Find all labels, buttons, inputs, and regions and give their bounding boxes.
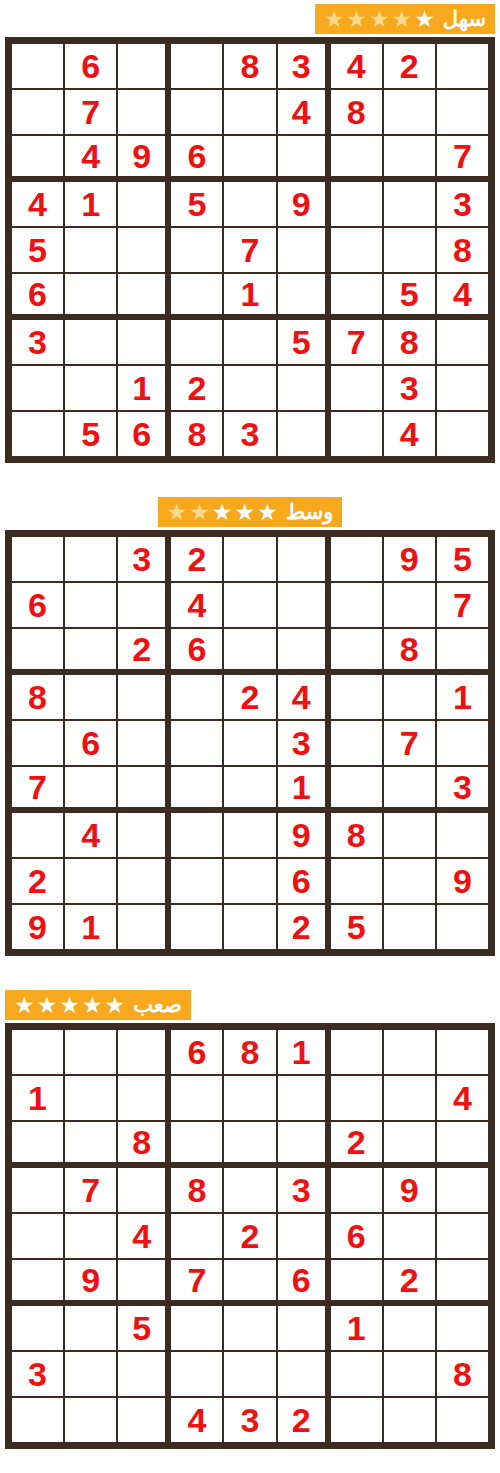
cell-r1-c3: 3 xyxy=(118,537,169,581)
cell-r1-c8: 9 xyxy=(384,537,435,581)
sudoku-grid-easy: 683427484967415935786154357812356834 xyxy=(5,37,495,463)
cell-r1-c3[interactable] xyxy=(118,44,169,88)
cell-r2-c9: 4 xyxy=(437,1076,488,1120)
cell-r7-c7: 8 xyxy=(331,813,382,857)
cell-r2-c5[interactable] xyxy=(224,90,275,134)
cell-r7-c3[interactable] xyxy=(118,320,169,364)
cell-r3-c6[interactable] xyxy=(278,136,329,180)
cell-r8-c3[interactable] xyxy=(118,1352,169,1396)
cell-r6-c3[interactable] xyxy=(118,274,169,318)
cell-r9-c1[interactable] xyxy=(12,412,63,456)
cell-r1-c9[interactable] xyxy=(437,1030,488,1074)
cell-r5-c8[interactable] xyxy=(384,228,435,272)
cell-r7-c4[interactable] xyxy=(171,813,222,857)
cell-r7-c9[interactable] xyxy=(437,813,488,857)
cell-r8-c5[interactable] xyxy=(224,366,275,410)
cell-r6-c4[interactable] xyxy=(171,274,222,318)
cell-r5-c1[interactable] xyxy=(12,721,63,765)
cell-r7-c4[interactable] xyxy=(171,1306,222,1350)
cell-r1-c1[interactable] xyxy=(12,537,63,581)
cell-r5-c3[interactable] xyxy=(118,228,169,272)
cell-r8-c6: 6 xyxy=(278,859,329,903)
sudoku-grid-hard: 6811482783942697625138432 xyxy=(5,1023,495,1449)
cell-r9-c2: 5 xyxy=(65,412,116,456)
cell-r1-c8[interactable] xyxy=(384,1030,435,1074)
cell-r6-c9: 3 xyxy=(437,767,488,811)
cell-r6-c9: 4 xyxy=(437,274,488,318)
cell-r9-c7[interactable] xyxy=(331,412,382,456)
cell-r5-c1[interactable] xyxy=(12,1214,63,1258)
cell-r7-c5[interactable] xyxy=(224,813,275,857)
cell-r7-c7: 1 xyxy=(331,1306,382,1350)
cell-r8-c5[interactable] xyxy=(224,1352,275,1396)
cell-r1-c8: 2 xyxy=(384,44,435,88)
cell-r9-c6: 2 xyxy=(278,905,329,949)
cell-r4-c6: 4 xyxy=(278,675,329,719)
cell-r1-c2[interactable] xyxy=(65,537,116,581)
cell-r2-c3[interactable] xyxy=(118,90,169,134)
cell-r6-c6: 1 xyxy=(278,767,329,811)
cell-r5-c5: 2 xyxy=(224,1214,275,1258)
difficulty-stars: ★★★★★ xyxy=(167,499,278,525)
cell-r5-c7: 6 xyxy=(331,1214,382,1258)
cell-r4-c5: 2 xyxy=(224,675,275,719)
cell-r1-c7: 4 xyxy=(331,44,382,88)
cell-r8-c7[interactable] xyxy=(331,1352,382,1396)
star-filled-icon: ★ xyxy=(59,992,80,1018)
star-filled-icon: ★ xyxy=(257,499,278,525)
cell-r5-c3: 4 xyxy=(118,1214,169,1258)
cell-r1-c6[interactable] xyxy=(278,537,329,581)
cell-r6-c5[interactable] xyxy=(224,1260,275,1304)
cell-r6-c9[interactable] xyxy=(437,1260,488,1304)
cell-r4-c1: 4 xyxy=(12,182,63,226)
cell-r3-c1[interactable] xyxy=(12,136,63,180)
cell-r1-c9[interactable] xyxy=(437,44,488,88)
cell-r1-c7[interactable] xyxy=(331,537,382,581)
cell-r5-c4[interactable] xyxy=(171,721,222,765)
cell-r5-c6[interactable] xyxy=(278,1214,329,1258)
cell-r5-c4[interactable] xyxy=(171,228,222,272)
cell-r8-c1: 3 xyxy=(12,1352,63,1396)
cell-r8-c3: 1 xyxy=(118,366,169,410)
cell-r8-c8: 3 xyxy=(384,366,435,410)
sudoku-grid-medium: 329564726882416377134982699125 xyxy=(5,530,495,956)
cell-r8-c6[interactable] xyxy=(278,1352,329,1396)
cell-r6-c8: 5 xyxy=(384,274,435,318)
cell-r9-c7: 5 xyxy=(331,905,382,949)
cell-r9-c1[interactable] xyxy=(12,1398,63,1442)
cell-r3-c7[interactable] xyxy=(331,629,382,673)
cell-r3-c9[interactable] xyxy=(437,1122,488,1166)
difficulty-stars: ★★★★★ xyxy=(14,992,125,1018)
cell-r1-c2: 6 xyxy=(65,44,116,88)
cell-r2-c7[interactable] xyxy=(331,583,382,627)
cell-r3-c4: 6 xyxy=(171,136,222,180)
cell-r4-c6: 3 xyxy=(278,1168,329,1212)
cell-r2-c4[interactable] xyxy=(171,90,222,134)
cell-r9-c6: 2 xyxy=(278,1398,329,1442)
cell-r7-c4[interactable] xyxy=(171,320,222,364)
cell-r4-c7[interactable] xyxy=(331,675,382,719)
star-unfilled-icon: ★ xyxy=(346,6,367,32)
cell-r9-c5: 3 xyxy=(224,1398,275,1442)
cell-r4-c9: 3 xyxy=(437,182,488,226)
cell-r8-c1: 2 xyxy=(12,859,63,903)
star-unfilled-icon: ★ xyxy=(324,6,345,32)
cell-r7-c2[interactable] xyxy=(65,1306,116,1350)
cell-r8-c9: 8 xyxy=(437,1352,488,1396)
cell-r7-c6: 5 xyxy=(278,320,329,364)
cell-r4-c3[interactable] xyxy=(118,1168,169,1212)
cell-r2-c7[interactable] xyxy=(331,1076,382,1120)
cell-r2-c2[interactable] xyxy=(65,1076,116,1120)
star-unfilled-icon: ★ xyxy=(392,6,413,32)
cell-r2-c8[interactable] xyxy=(384,90,435,134)
cell-r3-c3: 2 xyxy=(118,629,169,673)
cell-r7-c2: 4 xyxy=(65,813,116,857)
cell-r7-c8: 8 xyxy=(384,320,435,364)
cell-r5-c3[interactable] xyxy=(118,721,169,765)
cell-r2-c9[interactable] xyxy=(437,90,488,134)
cell-r4-c3[interactable] xyxy=(118,675,169,719)
cell-r2-c6[interactable] xyxy=(278,583,329,627)
cell-r7-c5[interactable] xyxy=(224,1306,275,1350)
cell-r9-c6[interactable] xyxy=(278,412,329,456)
cell-r7-c1[interactable] xyxy=(12,1306,63,1350)
cell-r7-c7: 7 xyxy=(331,320,382,364)
cell-r5-c4[interactable] xyxy=(171,1214,222,1258)
cell-r4-c3[interactable] xyxy=(118,182,169,226)
cell-r5-c8: 7 xyxy=(384,721,435,765)
cell-r9-c8: 4 xyxy=(384,412,435,456)
difficulty-label: سهل xyxy=(443,5,486,33)
cell-r6-c6[interactable] xyxy=(278,274,329,318)
difficulty-label: وسط xyxy=(286,498,334,526)
cell-r4-c9[interactable] xyxy=(437,1168,488,1212)
cell-r3-c4[interactable] xyxy=(171,1122,222,1166)
cell-r4-c4: 8 xyxy=(171,1168,222,1212)
cell-r5-c5: 7 xyxy=(224,228,275,272)
cell-r3-c1[interactable] xyxy=(12,629,63,673)
cell-r2-c7: 8 xyxy=(331,90,382,134)
cell-r5-c7[interactable] xyxy=(331,228,382,272)
cell-r7-c1[interactable] xyxy=(12,813,63,857)
cell-r9-c7[interactable] xyxy=(331,1398,382,1442)
cell-r3-c7: 2 xyxy=(331,1122,382,1166)
cell-r8-c2[interactable] xyxy=(65,1352,116,1396)
puzzle-hard: ★★★★★ صعب 6811482783942697625138432 xyxy=(5,990,495,1449)
cell-r3-c1[interactable] xyxy=(12,1122,63,1166)
cell-r6-c5[interactable] xyxy=(224,767,275,811)
cell-r7-c8[interactable] xyxy=(384,1306,435,1350)
cell-r6-c4: 7 xyxy=(171,1260,222,1304)
cell-r1-c4: 6 xyxy=(171,1030,222,1074)
difficulty-stars: ★★★★★ xyxy=(324,6,435,32)
puzzle-medium: ★★★★★ وسط 329564726882416377134982699125 xyxy=(5,497,495,956)
cell-r1-c1[interactable] xyxy=(12,1030,63,1074)
star-filled-icon: ★ xyxy=(14,992,35,1018)
cell-r1-c3[interactable] xyxy=(118,1030,169,1074)
cell-r1-c5: 8 xyxy=(224,1030,275,1074)
cell-r2-c6: 4 xyxy=(278,90,329,134)
cell-r8-c7[interactable] xyxy=(331,366,382,410)
cell-r1-c4[interactable] xyxy=(171,44,222,88)
cell-r2-c5[interactable] xyxy=(224,583,275,627)
cell-r6-c2[interactable] xyxy=(65,767,116,811)
cell-r8-c9[interactable] xyxy=(437,366,488,410)
cell-r8-c1[interactable] xyxy=(12,366,63,410)
puzzle-easy: ★★★★★ سهل 683427484967415935786154357812… xyxy=(5,4,495,463)
cell-r6-c7[interactable] xyxy=(331,1260,382,1304)
cell-r4-c8[interactable] xyxy=(384,675,435,719)
cell-r4-c8: 9 xyxy=(384,1168,435,1212)
cell-r8-c2[interactable] xyxy=(65,366,116,410)
cell-r2-c4: 4 xyxy=(171,583,222,627)
cell-r5-c5[interactable] xyxy=(224,721,275,765)
cell-r8-c6[interactable] xyxy=(278,366,329,410)
star-filled-icon: ★ xyxy=(82,992,103,1018)
cell-r1-c5: 8 xyxy=(224,44,275,88)
cell-r6-c5: 1 xyxy=(224,274,275,318)
cell-r1-c5[interactable] xyxy=(224,537,275,581)
cell-r4-c2: 7 xyxy=(65,1168,116,1212)
cell-r7-c5[interactable] xyxy=(224,320,275,364)
cell-r3-c3: 9 xyxy=(118,136,169,180)
cell-r4-c9: 1 xyxy=(437,675,488,719)
cell-r3-c9[interactable] xyxy=(437,629,488,673)
cell-r8-c8[interactable] xyxy=(384,1352,435,1396)
cell-r4-c1[interactable] xyxy=(12,1168,63,1212)
cell-r9-c3[interactable] xyxy=(118,1398,169,1442)
cell-r5-c6[interactable] xyxy=(278,228,329,272)
star-filled-icon: ★ xyxy=(234,499,255,525)
difficulty-banner-easy: ★★★★★ سهل xyxy=(315,4,495,34)
cell-r7-c6[interactable] xyxy=(278,1306,329,1350)
cell-r4-c2[interactable] xyxy=(65,675,116,719)
cell-r9-c4: 4 xyxy=(171,1398,222,1442)
cell-r3-c6[interactable] xyxy=(278,1122,329,1166)
cell-r3-c4: 6 xyxy=(171,629,222,673)
cell-r6-c3[interactable] xyxy=(118,767,169,811)
cell-r1-c2[interactable] xyxy=(65,1030,116,1074)
cell-r7-c3: 5 xyxy=(118,1306,169,1350)
cell-r9-c5: 3 xyxy=(224,412,275,456)
cell-r9-c5[interactable] xyxy=(224,905,275,949)
star-filled-icon: ★ xyxy=(37,992,58,1018)
cell-r6-c8: 2 xyxy=(384,1260,435,1304)
difficulty-banner-hard: ★★★★★ صعب xyxy=(5,990,191,1020)
cell-r6-c2: 9 xyxy=(65,1260,116,1304)
cell-r6-c8[interactable] xyxy=(384,767,435,811)
cell-r5-c8[interactable] xyxy=(384,1214,435,1258)
cell-r2-c5[interactable] xyxy=(224,1076,275,1120)
cell-r5-c9[interactable] xyxy=(437,1214,488,1258)
cell-r8-c4[interactable] xyxy=(171,859,222,903)
cell-r7-c2[interactable] xyxy=(65,320,116,364)
cell-r3-c5[interactable] xyxy=(224,1122,275,1166)
star-filled-icon: ★ xyxy=(105,992,126,1018)
cell-r6-c2[interactable] xyxy=(65,274,116,318)
cell-r5-c2[interactable] xyxy=(65,1214,116,1258)
cell-r5-c9[interactable] xyxy=(437,721,488,765)
cell-r3-c2[interactable] xyxy=(65,1122,116,1166)
cell-r3-c8: 8 xyxy=(384,629,435,673)
star-unfilled-icon: ★ xyxy=(189,499,210,525)
cell-r2-c6[interactable] xyxy=(278,1076,329,1120)
cell-r8-c4[interactable] xyxy=(171,1352,222,1396)
cell-r3-c2: 4 xyxy=(65,136,116,180)
cell-r2-c4[interactable] xyxy=(171,1076,222,1120)
cell-r3-c7[interactable] xyxy=(331,136,382,180)
cell-r5-c6: 3 xyxy=(278,721,329,765)
cell-r9-c8[interactable] xyxy=(384,1398,435,1442)
cell-r3-c9: 7 xyxy=(437,136,488,180)
cell-r4-c7[interactable] xyxy=(331,182,382,226)
sudoku-page: ★★★★★ سهل 683427484967415935786154357812… xyxy=(0,0,500,1449)
cell-r8-c5[interactable] xyxy=(224,859,275,903)
cell-r8-c7[interactable] xyxy=(331,859,382,903)
cell-r8-c8[interactable] xyxy=(384,859,435,903)
cell-r1-c6: 1 xyxy=(278,1030,329,1074)
cell-r7-c9[interactable] xyxy=(437,1306,488,1350)
cell-r3-c3: 8 xyxy=(118,1122,169,1166)
cell-r8-c2[interactable] xyxy=(65,859,116,903)
cell-r1-c4: 2 xyxy=(171,537,222,581)
cell-r7-c3[interactable] xyxy=(118,813,169,857)
cell-r6-c1[interactable] xyxy=(12,1260,63,1304)
cell-r2-c1[interactable] xyxy=(12,90,63,134)
cell-r9-c4: 8 xyxy=(171,412,222,456)
cell-r4-c4: 5 xyxy=(171,182,222,226)
cell-r6-c1: 6 xyxy=(12,274,63,318)
cell-r5-c2[interactable] xyxy=(65,228,116,272)
cell-r2-c3[interactable] xyxy=(118,583,169,627)
cell-r2-c3[interactable] xyxy=(118,1076,169,1120)
cell-r4-c4[interactable] xyxy=(171,675,222,719)
cell-r2-c9: 7 xyxy=(437,583,488,627)
cell-r9-c3[interactable] xyxy=(118,905,169,949)
star-filled-icon: ★ xyxy=(212,499,233,525)
cell-r1-c1[interactable] xyxy=(12,44,63,88)
cell-r9-c9[interactable] xyxy=(437,1398,488,1442)
cell-r4-c6: 9 xyxy=(278,182,329,226)
cell-r7-c8[interactable] xyxy=(384,813,435,857)
cell-r1-c7[interactable] xyxy=(331,1030,382,1074)
cell-r2-c2: 7 xyxy=(65,90,116,134)
difficulty-banner-medium: ★★★★★ وسط xyxy=(158,497,343,527)
cell-r6-c6: 6 xyxy=(278,1260,329,1304)
cell-r9-c9[interactable] xyxy=(437,412,488,456)
star-filled-icon: ★ xyxy=(414,6,435,32)
cell-r5-c1: 5 xyxy=(12,228,63,272)
cell-r2-c2[interactable] xyxy=(65,583,116,627)
cell-r3-c2[interactable] xyxy=(65,629,116,673)
cell-r4-c5[interactable] xyxy=(224,1168,275,1212)
cell-r5-c2: 6 xyxy=(65,721,116,765)
cell-r9-c3: 6 xyxy=(118,412,169,456)
cell-r1-c9: 5 xyxy=(437,537,488,581)
cell-r4-c5[interactable] xyxy=(224,182,275,226)
cell-r9-c1: 9 xyxy=(12,905,63,949)
cell-r2-c8[interactable] xyxy=(384,1076,435,1120)
cell-r6-c1: 7 xyxy=(12,767,63,811)
cell-r1-c6: 3 xyxy=(278,44,329,88)
cell-r7-c6: 9 xyxy=(278,813,329,857)
cell-r3-c8[interactable] xyxy=(384,1122,435,1166)
cell-r3-c5[interactable] xyxy=(224,136,275,180)
cell-r8-c4: 2 xyxy=(171,366,222,410)
cell-r6-c4[interactable] xyxy=(171,767,222,811)
cell-r5-c9: 8 xyxy=(437,228,488,272)
cell-r8-c9: 9 xyxy=(437,859,488,903)
cell-r2-c1: 1 xyxy=(12,1076,63,1120)
difficulty-label: صعب xyxy=(133,991,182,1019)
cell-r9-c8[interactable] xyxy=(384,905,435,949)
cell-r9-c2: 1 xyxy=(65,905,116,949)
star-unfilled-icon: ★ xyxy=(167,499,188,525)
cell-r5-c7[interactable] xyxy=(331,721,382,765)
cell-r3-c8[interactable] xyxy=(384,136,435,180)
cell-r3-c6[interactable] xyxy=(278,629,329,673)
cell-r3-c5[interactable] xyxy=(224,629,275,673)
cell-r6-c7[interactable] xyxy=(331,767,382,811)
cell-r8-c3[interactable] xyxy=(118,859,169,903)
cell-r6-c7[interactable] xyxy=(331,274,382,318)
cell-r4-c1: 8 xyxy=(12,675,63,719)
cell-r4-c2: 1 xyxy=(65,182,116,226)
cell-r7-c9[interactable] xyxy=(437,320,488,364)
cell-r6-c3[interactable] xyxy=(118,1260,169,1304)
star-unfilled-icon: ★ xyxy=(369,6,390,32)
cell-r9-c2[interactable] xyxy=(65,1398,116,1442)
cell-r9-c9[interactable] xyxy=(437,905,488,949)
cell-r9-c4[interactable] xyxy=(171,905,222,949)
cell-r2-c1: 6 xyxy=(12,583,63,627)
cell-r4-c7[interactable] xyxy=(331,1168,382,1212)
cell-r2-c8[interactable] xyxy=(384,583,435,627)
cell-r7-c1: 3 xyxy=(12,320,63,364)
cell-r4-c8[interactable] xyxy=(384,182,435,226)
